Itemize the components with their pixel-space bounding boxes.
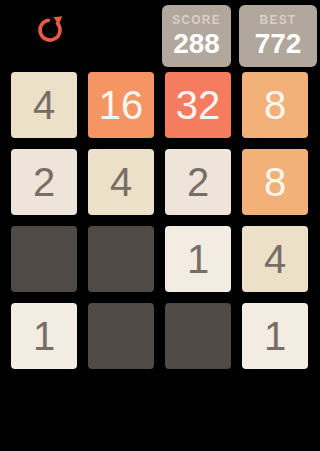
tile-1-r3c3: 1 <box>165 226 231 292</box>
tile-2-r2c1: 2 <box>11 149 77 215</box>
empty-cell-r3c2 <box>88 226 154 292</box>
empty-cell-r4c3 <box>165 303 231 369</box>
tile-32-r1c3: 32 <box>165 72 231 138</box>
tile-8-r2c4: 8 <box>242 149 308 215</box>
tile-4-r3c4: 4 <box>242 226 308 292</box>
tile-8-r1c4: 8 <box>242 72 308 138</box>
tile-1-r4c4: 1 <box>242 303 308 369</box>
tile-1-r4c1: 1 <box>11 303 77 369</box>
best-label: BEST <box>260 14 297 26</box>
score-label: SCORE <box>172 14 221 26</box>
score-value: 288 <box>173 30 220 58</box>
restart-icon <box>36 11 66 45</box>
empty-cell-r4c2 <box>88 303 154 369</box>
best-box: BEST 772 <box>239 5 317 67</box>
tile-16-r1c2: 16 <box>88 72 154 138</box>
best-value: 772 <box>255 30 302 58</box>
score-box: SCORE 288 <box>162 5 231 67</box>
tile-4-r1c1: 4 <box>11 72 77 138</box>
empty-cell-r3c1 <box>11 226 77 292</box>
restart-arrow-arc <box>40 20 60 40</box>
restart-button[interactable] <box>34 10 68 48</box>
tile-4-r2c2: 4 <box>88 149 154 215</box>
board[interactable]: 41632824281411 <box>11 72 308 369</box>
tile-2-r2c3: 2 <box>165 149 231 215</box>
